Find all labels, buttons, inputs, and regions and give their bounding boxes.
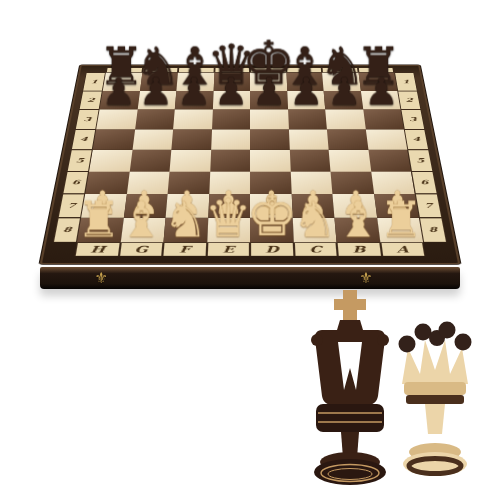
piece-light-rook: ♜ bbox=[379, 197, 423, 242]
piece-dark-pawn: ♟ bbox=[177, 75, 211, 110]
piece-light-knight: ♞ bbox=[293, 197, 337, 242]
file-label-bottom-h: H bbox=[75, 242, 121, 256]
square-b4 bbox=[327, 129, 368, 150]
rank-label-right-2: 2 bbox=[397, 91, 421, 110]
file-label-bottom-g: G bbox=[118, 242, 163, 256]
square-c8: ♞ bbox=[292, 218, 336, 243]
square-h3 bbox=[96, 110, 137, 130]
king-shoulder bbox=[377, 334, 389, 346]
file-label-bottom-e: E bbox=[206, 242, 250, 256]
brass-clasp-icon: ⚜ bbox=[95, 268, 108, 288]
square-e8: ♛ bbox=[207, 218, 250, 243]
square-a4 bbox=[365, 129, 407, 150]
square-d8: ♚ bbox=[250, 218, 293, 243]
file-label-bottom-b: B bbox=[337, 242, 382, 256]
square-g3 bbox=[135, 110, 175, 130]
piece-dark-pawn: ♟ bbox=[327, 75, 361, 110]
rank-label-right-5: 5 bbox=[407, 150, 433, 172]
square-d3 bbox=[250, 110, 288, 130]
king-neck bbox=[337, 320, 363, 330]
square-h5 bbox=[89, 150, 132, 172]
square-b8: ♝ bbox=[334, 218, 379, 243]
rank-label-left-3: 3 bbox=[75, 110, 100, 130]
piece-light-bishop: ♝ bbox=[120, 197, 164, 242]
square-c5 bbox=[289, 150, 330, 172]
frame-corner bbox=[50, 242, 77, 256]
king-rings bbox=[316, 404, 384, 432]
queen-crown-ball bbox=[439, 322, 456, 339]
square-a8: ♜ bbox=[377, 218, 423, 243]
square-f2: ♟ bbox=[175, 91, 213, 110]
square-d5 bbox=[250, 150, 290, 172]
square-b5 bbox=[329, 150, 371, 172]
king-finial bbox=[334, 290, 366, 322]
piece-light-king: ♚ bbox=[246, 190, 297, 242]
square-c4 bbox=[288, 129, 328, 150]
square-a3 bbox=[363, 110, 404, 130]
piece-dark-pawn: ♟ bbox=[214, 75, 248, 110]
square-g5 bbox=[129, 150, 171, 172]
file-label-bottom-f: F bbox=[162, 242, 206, 256]
closeup-svg bbox=[284, 284, 498, 498]
square-f3 bbox=[173, 110, 212, 130]
square-d4 bbox=[250, 129, 289, 150]
square-g8: ♝ bbox=[120, 218, 165, 243]
board-frame: HGFEDCBA1♜♞♝♛♚♝♞♜12♟♟♟♟♟♟♟♟2334455667♟♟♟… bbox=[40, 65, 461, 264]
square-a2: ♟ bbox=[360, 91, 400, 110]
square-a5 bbox=[368, 150, 411, 172]
queen-crown-band bbox=[404, 382, 466, 395]
square-h2: ♟ bbox=[100, 91, 140, 110]
piece-light-bishop: ♝ bbox=[336, 197, 380, 242]
queen-closeup bbox=[399, 322, 472, 477]
rank-label-right-4: 4 bbox=[404, 129, 429, 150]
piece-dark-pawn: ♟ bbox=[365, 75, 399, 110]
piece-dark-pawn: ♟ bbox=[139, 75, 173, 110]
piece-dark-pawn: ♟ bbox=[289, 75, 323, 110]
square-b2: ♟ bbox=[324, 91, 363, 110]
queen-crown-ball bbox=[455, 334, 472, 351]
square-f5 bbox=[170, 150, 211, 172]
chess-set-photo: HGFEDCBA1♜♞♝♛♚♝♞♜12♟♟♟♟♟♟♟♟2334455667♟♟♟… bbox=[0, 0, 500, 500]
file-label-bottom-d: D bbox=[250, 242, 294, 256]
square-g4 bbox=[132, 129, 173, 150]
square-h8: ♜ bbox=[77, 218, 123, 243]
piece-light-rook: ♜ bbox=[76, 197, 120, 242]
file-label-bottom-c: C bbox=[293, 242, 337, 256]
king-closeup bbox=[311, 290, 389, 485]
queen-stem bbox=[425, 404, 445, 434]
square-h4 bbox=[93, 129, 135, 150]
square-c2: ♟ bbox=[287, 91, 325, 110]
piece-light-queen: ♛ bbox=[205, 194, 252, 242]
square-c3 bbox=[288, 110, 327, 130]
board-grid: HGFEDCBA1♜♞♝♛♚♝♞♜12♟♟♟♟♟♟♟♟2334455667♟♟♟… bbox=[50, 68, 450, 257]
queen-dark-band bbox=[406, 395, 464, 404]
square-d2: ♟ bbox=[250, 91, 288, 110]
board-tilt: HGFEDCBA1♜♞♝♛♚♝♞♜12♟♟♟♟♟♟♟♟2334455667♟♟♟… bbox=[40, 65, 461, 264]
rank-label-right-3: 3 bbox=[400, 110, 425, 130]
king-shoulder bbox=[311, 334, 323, 346]
file-label-bottom-a: A bbox=[380, 242, 426, 256]
closeup-pieces bbox=[284, 284, 498, 498]
queen-crown-ball bbox=[399, 336, 416, 353]
square-e3 bbox=[212, 110, 250, 130]
square-f4 bbox=[171, 129, 211, 150]
square-e4 bbox=[211, 129, 250, 150]
piece-dark-pawn: ♟ bbox=[252, 75, 286, 110]
square-e5 bbox=[210, 150, 250, 172]
piece-light-knight: ♞ bbox=[163, 197, 207, 242]
square-g2: ♟ bbox=[137, 91, 176, 110]
piece-dark-pawn: ♟ bbox=[101, 75, 135, 110]
frame-corner bbox=[423, 242, 450, 256]
queen-crown-ball bbox=[415, 324, 432, 341]
square-e2: ♟ bbox=[212, 91, 250, 110]
square-f8: ♞ bbox=[163, 218, 207, 243]
square-b3 bbox=[325, 110, 365, 130]
